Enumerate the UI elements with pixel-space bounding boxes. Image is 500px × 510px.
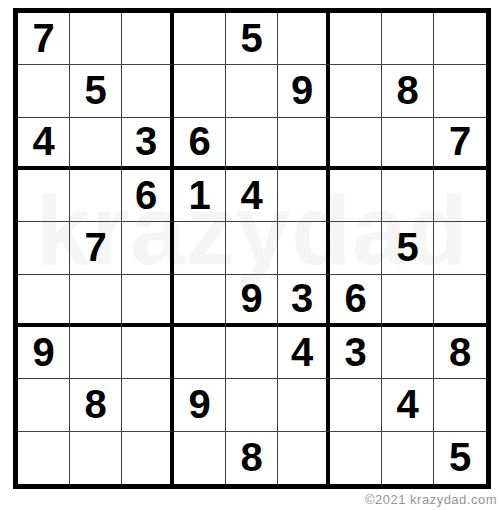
given-digit: 8 bbox=[84, 384, 106, 424]
cell-r8c7[interactable] bbox=[330, 379, 382, 431]
cell-r2c3[interactable] bbox=[122, 65, 174, 117]
cell-r5c8[interactable]: 5 bbox=[382, 222, 434, 274]
cell-r3c6[interactable] bbox=[278, 118, 330, 170]
given-digit: 1 bbox=[188, 175, 210, 215]
given-digit: 3 bbox=[291, 278, 313, 318]
cell-r2c7[interactable] bbox=[330, 65, 382, 117]
cell-r7c6[interactable]: 4 bbox=[278, 327, 330, 379]
given-digit: 7 bbox=[32, 18, 54, 58]
cell-r6c8[interactable] bbox=[382, 275, 434, 327]
cell-r3c3[interactable]: 3 bbox=[122, 118, 174, 170]
cell-r8c6[interactable] bbox=[278, 379, 330, 431]
given-digit: 3 bbox=[135, 121, 157, 161]
cell-r5c2[interactable]: 7 bbox=[70, 222, 122, 274]
given-digit: 5 bbox=[240, 18, 262, 58]
cell-r5c6[interactable] bbox=[278, 222, 330, 274]
cell-r3c8[interactable] bbox=[382, 118, 434, 170]
cell-r6c6[interactable]: 3 bbox=[278, 275, 330, 327]
cell-r6c4[interactable] bbox=[174, 275, 226, 327]
cell-r5c7[interactable] bbox=[330, 222, 382, 274]
cell-r7c1[interactable]: 9 bbox=[18, 327, 70, 379]
copyright-text: ©2021 krazydad.com bbox=[365, 492, 497, 507]
cell-r9c8[interactable] bbox=[382, 432, 434, 484]
given-digit: 8 bbox=[240, 437, 262, 477]
cell-r2c8[interactable]: 8 bbox=[382, 65, 434, 117]
cell-r5c5[interactable] bbox=[226, 222, 278, 274]
cell-r1c8[interactable] bbox=[382, 13, 434, 65]
given-digit: 7 bbox=[84, 227, 106, 267]
given-digit: 8 bbox=[449, 332, 471, 372]
cell-r4c7[interactable] bbox=[330, 170, 382, 222]
cell-r5c1[interactable] bbox=[18, 222, 70, 274]
cell-r4c9[interactable] bbox=[434, 170, 486, 222]
sudoku-puzzle-page: krazydad 75598436761475936943889485 ©202… bbox=[0, 0, 500, 510]
cell-r1c2[interactable] bbox=[70, 13, 122, 65]
cell-r7c3[interactable] bbox=[122, 327, 174, 379]
cell-r9c3[interactable] bbox=[122, 432, 174, 484]
cell-r3c9[interactable]: 7 bbox=[434, 118, 486, 170]
given-digit: 8 bbox=[396, 70, 418, 110]
cell-r8c9[interactable] bbox=[434, 379, 486, 431]
cell-r1c6[interactable] bbox=[278, 13, 330, 65]
cell-r4c8[interactable] bbox=[382, 170, 434, 222]
cell-r4c6[interactable] bbox=[278, 170, 330, 222]
cell-r1c1[interactable]: 7 bbox=[18, 13, 70, 65]
cell-r7c7[interactable]: 3 bbox=[330, 327, 382, 379]
given-digit: 4 bbox=[396, 384, 418, 424]
cell-r8c3[interactable] bbox=[122, 379, 174, 431]
cell-r2c6[interactable]: 9 bbox=[278, 65, 330, 117]
given-digit: 3 bbox=[344, 332, 366, 372]
cell-r4c3[interactable]: 6 bbox=[122, 170, 174, 222]
cell-r3c7[interactable] bbox=[330, 118, 382, 170]
given-digit: 9 bbox=[291, 70, 313, 110]
given-digit: 6 bbox=[344, 278, 366, 318]
cell-r4c5[interactable]: 4 bbox=[226, 170, 278, 222]
given-digit: 4 bbox=[32, 121, 54, 161]
cell-r6c5[interactable]: 9 bbox=[226, 275, 278, 327]
cell-r9c7[interactable] bbox=[330, 432, 382, 484]
cell-r2c1[interactable] bbox=[18, 65, 70, 117]
given-digit: 5 bbox=[84, 70, 106, 110]
cell-r7c2[interactable] bbox=[70, 327, 122, 379]
given-digit: 4 bbox=[291, 332, 313, 372]
cell-r5c4[interactable] bbox=[174, 222, 226, 274]
cell-r3c5[interactable] bbox=[226, 118, 278, 170]
cell-r9c9[interactable]: 5 bbox=[434, 432, 486, 484]
cell-r1c5[interactable]: 5 bbox=[226, 13, 278, 65]
cell-r1c3[interactable] bbox=[122, 13, 174, 65]
cell-r6c2[interactable] bbox=[70, 275, 122, 327]
cell-r7c9[interactable]: 8 bbox=[434, 327, 486, 379]
cell-r4c2[interactable] bbox=[70, 170, 122, 222]
given-digit: 9 bbox=[188, 384, 210, 424]
cell-r2c2[interactable]: 5 bbox=[70, 65, 122, 117]
cell-r3c4[interactable]: 6 bbox=[174, 118, 226, 170]
cell-r1c4[interactable] bbox=[174, 13, 226, 65]
cell-r5c3[interactable] bbox=[122, 222, 174, 274]
cell-r4c4[interactable]: 1 bbox=[174, 170, 226, 222]
given-digit: 5 bbox=[396, 227, 418, 267]
cell-r6c9[interactable] bbox=[434, 275, 486, 327]
cell-r5c9[interactable] bbox=[434, 222, 486, 274]
cell-r4c1[interactable] bbox=[18, 170, 70, 222]
cell-r9c4[interactable] bbox=[174, 432, 226, 484]
cell-r2c9[interactable] bbox=[434, 65, 486, 117]
cell-r9c6[interactable] bbox=[278, 432, 330, 484]
sudoku-board: krazydad 75598436761475936943889485 bbox=[13, 8, 491, 489]
cell-r8c5[interactable] bbox=[226, 379, 278, 431]
cell-r8c2[interactable]: 8 bbox=[70, 379, 122, 431]
cell-r1c7[interactable] bbox=[330, 13, 382, 65]
cell-r3c1[interactable]: 4 bbox=[18, 118, 70, 170]
cell-r1c9[interactable] bbox=[434, 13, 486, 65]
given-digit: 9 bbox=[32, 332, 54, 372]
given-digit: 6 bbox=[135, 175, 157, 215]
given-digit: 9 bbox=[240, 278, 262, 318]
cell-r9c1[interactable] bbox=[18, 432, 70, 484]
cell-r3c2[interactable] bbox=[70, 118, 122, 170]
cell-r6c3[interactable] bbox=[122, 275, 174, 327]
cell-r8c8[interactable]: 4 bbox=[382, 379, 434, 431]
cell-r9c5[interactable]: 8 bbox=[226, 432, 278, 484]
cell-r6c1[interactable] bbox=[18, 275, 70, 327]
given-digit: 6 bbox=[188, 121, 210, 161]
cell-r2c5[interactable] bbox=[226, 65, 278, 117]
cell-r8c4[interactable]: 9 bbox=[174, 379, 226, 431]
given-digit: 7 bbox=[449, 121, 471, 161]
sudoku-grid: 75598436761475936943889485 bbox=[18, 13, 486, 484]
cell-r7c5[interactable] bbox=[226, 327, 278, 379]
given-digit: 5 bbox=[449, 437, 471, 477]
cell-r9c2[interactable] bbox=[70, 432, 122, 484]
cell-r6c7[interactable]: 6 bbox=[330, 275, 382, 327]
given-digit: 4 bbox=[240, 175, 262, 215]
cell-r7c4[interactable] bbox=[174, 327, 226, 379]
cell-r7c8[interactable] bbox=[382, 327, 434, 379]
cell-r8c1[interactable] bbox=[18, 379, 70, 431]
cell-r2c4[interactable] bbox=[174, 65, 226, 117]
